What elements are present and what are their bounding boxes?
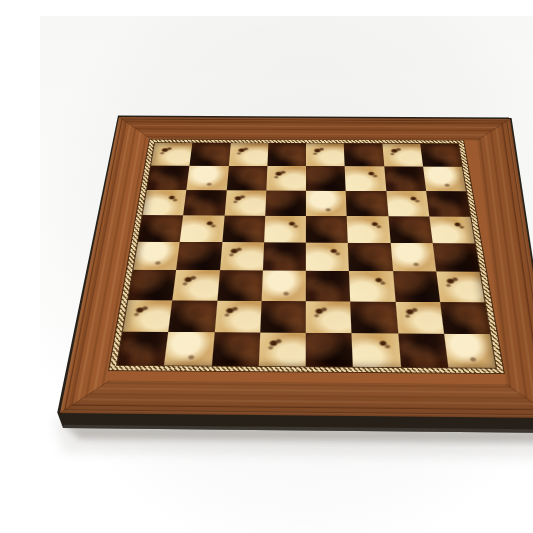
rope-inlay-border (108, 139, 505, 374)
chess-grid (116, 142, 497, 368)
grid-ambient-shade (117, 143, 495, 368)
chessboard-photo (40, 16, 533, 533)
